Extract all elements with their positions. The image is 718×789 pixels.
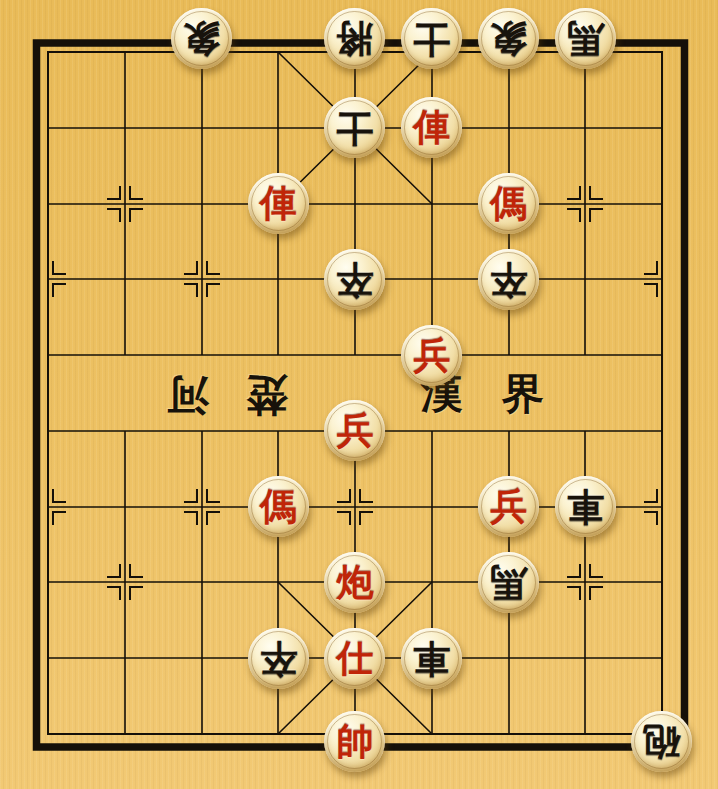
red-soldier-glyph: 兵 (336, 412, 373, 449)
black-horse-piece[interactable]: 馬 (555, 8, 616, 69)
black-horse-glyph: 馬 (490, 564, 527, 601)
red-chariot-piece[interactable]: 俥 (248, 173, 309, 234)
red-horse-piece[interactable]: 傌 (248, 476, 309, 537)
black-advisor-glyph: 士 (336, 109, 373, 146)
xiangqi-board: 楚 河 漢 界 象將士象馬士俥俥傌卒卒兵兵傌兵車馬炮卒仕車帥砲 (0, 0, 718, 789)
red-cannon-glyph: 炮 (336, 564, 373, 601)
red-soldier-piece[interactable]: 兵 (401, 325, 462, 386)
red-chariot-glyph: 俥 (260, 185, 297, 222)
black-horse-piece[interactable]: 馬 (478, 552, 539, 613)
black-advisor-piece[interactable]: 士 (401, 8, 462, 69)
black-chariot-glyph: 車 (413, 640, 450, 677)
black-soldier-glyph: 卒 (490, 261, 527, 298)
red-chariot-piece[interactable]: 俥 (401, 97, 462, 158)
black-soldier-piece[interactable]: 卒 (248, 628, 309, 689)
black-cannon-piece[interactable]: 砲 (631, 711, 692, 772)
black-elephant-glyph: 象 (183, 20, 220, 57)
black-chariot-piece[interactable]: 車 (555, 476, 616, 537)
red-horse-piece[interactable]: 傌 (478, 173, 539, 234)
black-soldier-piece[interactable]: 卒 (324, 249, 385, 310)
board-intersections[interactable]: 象將士象馬士俥俥傌卒卒兵兵傌兵車馬炮卒仕車帥砲 (10, 14, 701, 772)
red-horse-glyph: 傌 (490, 185, 527, 222)
black-soldier-glyph: 卒 (336, 261, 373, 298)
red-cannon-piece[interactable]: 炮 (324, 552, 385, 613)
black-cannon-glyph: 砲 (643, 723, 680, 760)
black-elephant-glyph: 象 (490, 20, 527, 57)
red-chariot-glyph: 俥 (413, 109, 450, 146)
black-soldier-glyph: 卒 (260, 640, 297, 677)
red-soldier-piece[interactable]: 兵 (478, 476, 539, 537)
red-horse-glyph: 傌 (260, 488, 297, 525)
red-general-piece[interactable]: 帥 (324, 711, 385, 772)
black-chariot-glyph: 車 (567, 488, 604, 525)
red-general-glyph: 帥 (336, 723, 373, 760)
black-elephant-piece[interactable]: 象 (478, 8, 539, 69)
black-horse-glyph: 馬 (567, 20, 604, 57)
black-advisor-glyph: 士 (413, 20, 450, 57)
black-elephant-piece[interactable]: 象 (171, 8, 232, 69)
black-general-piece[interactable]: 將 (324, 8, 385, 69)
red-soldier-piece[interactable]: 兵 (324, 400, 385, 461)
black-chariot-piece[interactable]: 車 (401, 628, 462, 689)
black-advisor-piece[interactable]: 士 (324, 97, 385, 158)
red-soldier-glyph: 兵 (413, 337, 450, 374)
red-advisor-piece[interactable]: 仕 (324, 628, 385, 689)
red-soldier-glyph: 兵 (490, 488, 527, 525)
red-advisor-glyph: 仕 (336, 640, 373, 677)
black-general-glyph: 將 (336, 20, 373, 57)
black-soldier-piece[interactable]: 卒 (478, 249, 539, 310)
